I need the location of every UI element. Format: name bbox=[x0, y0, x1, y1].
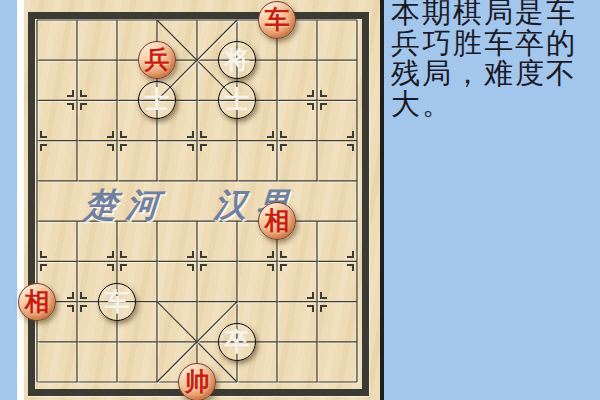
star-point-mark bbox=[187, 264, 194, 271]
star-point-mark bbox=[347, 144, 354, 151]
piece-black-chariot[interactable]: 车 bbox=[98, 283, 136, 321]
star-point-mark bbox=[187, 131, 194, 138]
star-point-mark bbox=[120, 144, 127, 151]
star-point-mark bbox=[320, 103, 327, 110]
star-point-mark bbox=[67, 103, 74, 110]
star-point-mark bbox=[40, 144, 47, 151]
piece-glyph: 兵 bbox=[145, 47, 170, 72]
star-point-mark bbox=[107, 251, 114, 258]
star-point-mark bbox=[107, 131, 114, 138]
star-point-mark bbox=[347, 264, 354, 271]
piece-glyph: 相 bbox=[265, 208, 290, 233]
star-point-mark bbox=[80, 90, 87, 97]
star-point-mark bbox=[307, 305, 314, 312]
star-point-mark bbox=[107, 264, 114, 271]
star-point-mark bbox=[320, 305, 327, 312]
piece-glyph: 帅 bbox=[185, 369, 210, 394]
star-point-mark bbox=[307, 103, 314, 110]
piece-black-pawn[interactable]: 卒 bbox=[218, 323, 256, 361]
star-point-mark bbox=[347, 131, 354, 138]
piece-red-chariot[interactable]: 车 bbox=[258, 1, 296, 39]
star-point-mark bbox=[107, 144, 114, 151]
star-point-mark bbox=[267, 131, 274, 138]
star-point-mark bbox=[267, 144, 274, 151]
star-point-mark bbox=[200, 144, 207, 151]
piece-red-pawn[interactable]: 兵 bbox=[138, 41, 176, 79]
piece-glyph: 车 bbox=[105, 289, 130, 314]
piece-glyph: 车 bbox=[265, 7, 290, 32]
star-point-mark bbox=[280, 144, 287, 151]
piece-red-elephant-right[interactable]: 相 bbox=[258, 202, 296, 240]
star-point-mark bbox=[40, 264, 47, 271]
star-point-mark bbox=[267, 251, 274, 258]
star-point-mark bbox=[347, 251, 354, 258]
star-point-mark bbox=[120, 264, 127, 271]
star-point-mark bbox=[320, 292, 327, 299]
board-frame bbox=[28, 12, 369, 396]
star-point-mark bbox=[80, 103, 87, 110]
star-point-mark bbox=[187, 144, 194, 151]
star-point-mark bbox=[80, 292, 87, 299]
star-point-mark bbox=[67, 292, 74, 299]
piece-red-general[interactable]: 帅 bbox=[178, 363, 216, 400]
piece-red-elephant-left[interactable]: 相 bbox=[18, 283, 56, 321]
star-point-mark bbox=[307, 292, 314, 299]
star-point-mark bbox=[200, 264, 207, 271]
star-point-mark bbox=[307, 90, 314, 97]
star-point-mark bbox=[280, 264, 287, 271]
description-panel: 本期棋局是车兵巧胜车卒的残局，难度不大。 bbox=[384, 0, 600, 400]
river-label-chuhe: 楚河 bbox=[82, 183, 169, 228]
star-point-mark bbox=[40, 251, 47, 258]
piece-black-general[interactable]: 将 bbox=[218, 41, 256, 79]
piece-glyph: 卒 bbox=[225, 329, 250, 354]
star-point-mark bbox=[120, 131, 127, 138]
puzzle-description: 本期棋局是车兵巧胜车卒的残局，难度不大。 bbox=[384, 0, 599, 119]
piece-glyph: 士 bbox=[225, 87, 250, 112]
star-point-mark bbox=[40, 131, 47, 138]
star-point-mark bbox=[280, 131, 287, 138]
star-point-mark bbox=[200, 251, 207, 258]
piece-glyph: 将 bbox=[225, 47, 250, 72]
piece-glyph: 士 bbox=[145, 87, 170, 112]
star-point-mark bbox=[320, 90, 327, 97]
star-point-mark bbox=[67, 305, 74, 312]
star-point-mark bbox=[67, 90, 74, 97]
star-point-mark bbox=[120, 251, 127, 258]
star-point-mark bbox=[187, 251, 194, 258]
piece-glyph: 相 bbox=[25, 289, 50, 314]
star-point-mark bbox=[280, 251, 287, 258]
screenshot-root: 楚河 汉界 车兵将士士相相车卒帅 本期棋局是车兵巧胜车卒的残局，难度不大。 bbox=[0, 0, 600, 400]
star-point-mark bbox=[200, 131, 207, 138]
star-point-mark bbox=[80, 305, 87, 312]
star-point-mark bbox=[267, 264, 274, 271]
